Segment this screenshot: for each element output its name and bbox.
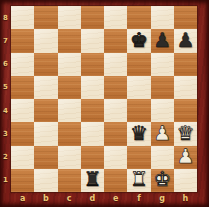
white-pawn[interactable]: ♟ xyxy=(153,123,171,143)
square-g7[interactable]: ♟ xyxy=(151,29,174,52)
square-d4[interactable] xyxy=(81,99,104,122)
square-a8[interactable] xyxy=(11,6,34,29)
chess-board-frame: 87654321 ♚♟♟♛♟♛♟♜♜♚ abcdefgh xyxy=(0,0,209,207)
square-c8[interactable] xyxy=(58,6,81,29)
black-rook[interactable]: ♜ xyxy=(83,169,101,189)
square-g3[interactable]: ♟ xyxy=(151,122,174,145)
square-a3[interactable] xyxy=(11,122,34,145)
square-d3[interactable] xyxy=(81,122,104,145)
white-queen[interactable]: ♛ xyxy=(176,123,194,143)
square-g4[interactable] xyxy=(151,99,174,122)
square-b5[interactable] xyxy=(34,76,57,99)
file-label-b: b xyxy=(34,191,57,205)
rank-labels: 87654321 xyxy=(0,6,11,192)
square-b2[interactable] xyxy=(34,146,57,169)
square-f6[interactable] xyxy=(127,53,150,76)
white-rook[interactable]: ♜ xyxy=(130,169,148,189)
white-king[interactable]: ♚ xyxy=(153,169,171,189)
square-d6[interactable] xyxy=(81,53,104,76)
square-a6[interactable] xyxy=(11,53,34,76)
square-h5[interactable] xyxy=(174,76,197,99)
black-queen[interactable]: ♛ xyxy=(130,123,148,143)
white-pawn[interactable]: ♟ xyxy=(176,146,194,166)
square-h2[interactable]: ♟ xyxy=(174,146,197,169)
rank-label-8: 8 xyxy=(0,6,11,29)
square-b8[interactable] xyxy=(34,6,57,29)
square-h8[interactable] xyxy=(174,6,197,29)
square-c3[interactable] xyxy=(58,122,81,145)
file-label-f: f xyxy=(127,191,150,205)
square-f7[interactable]: ♚ xyxy=(127,29,150,52)
square-c5[interactable] xyxy=(58,76,81,99)
square-h7[interactable]: ♟ xyxy=(174,29,197,52)
square-g5[interactable] xyxy=(151,76,174,99)
square-e4[interactable] xyxy=(104,99,127,122)
rank-label-4: 4 xyxy=(0,99,11,122)
square-h4[interactable] xyxy=(174,99,197,122)
square-g1[interactable]: ♚ xyxy=(151,169,174,192)
square-f5[interactable] xyxy=(127,76,150,99)
square-a7[interactable] xyxy=(11,29,34,52)
square-e8[interactable] xyxy=(104,6,127,29)
chess-board[interactable]: ♚♟♟♛♟♛♟♜♜♚ xyxy=(11,6,197,192)
square-h6[interactable] xyxy=(174,53,197,76)
square-h3[interactable]: ♛ xyxy=(174,122,197,145)
file-label-g: g xyxy=(151,191,174,205)
square-f1[interactable]: ♜ xyxy=(127,169,150,192)
file-label-c: c xyxy=(58,191,81,205)
black-pawn[interactable]: ♟ xyxy=(176,30,194,50)
square-a2[interactable] xyxy=(11,146,34,169)
square-h1[interactable] xyxy=(174,169,197,192)
square-e1[interactable] xyxy=(104,169,127,192)
square-a5[interactable] xyxy=(11,76,34,99)
square-d5[interactable] xyxy=(81,76,104,99)
square-e5[interactable] xyxy=(104,76,127,99)
rank-label-1: 1 xyxy=(0,169,11,192)
file-label-d: d xyxy=(81,191,104,205)
rank-label-2: 2 xyxy=(0,146,11,169)
square-f4[interactable] xyxy=(127,99,150,122)
square-f2[interactable] xyxy=(127,146,150,169)
rank-label-7: 7 xyxy=(0,29,11,52)
square-a4[interactable] xyxy=(11,99,34,122)
square-c4[interactable] xyxy=(58,99,81,122)
square-e3[interactable] xyxy=(104,122,127,145)
square-d7[interactable] xyxy=(81,29,104,52)
square-e2[interactable] xyxy=(104,146,127,169)
square-b7[interactable] xyxy=(34,29,57,52)
file-label-h: h xyxy=(174,191,197,205)
square-d8[interactable] xyxy=(81,6,104,29)
square-f8[interactable] xyxy=(127,6,150,29)
square-d1[interactable]: ♜ xyxy=(81,169,104,192)
square-b1[interactable] xyxy=(34,169,57,192)
square-b3[interactable] xyxy=(34,122,57,145)
rank-label-3: 3 xyxy=(0,122,11,145)
square-c2[interactable] xyxy=(58,146,81,169)
square-c6[interactable] xyxy=(58,53,81,76)
rank-label-6: 6 xyxy=(0,53,11,76)
square-d2[interactable] xyxy=(81,146,104,169)
black-king[interactable]: ♚ xyxy=(130,30,148,50)
rank-label-5: 5 xyxy=(0,76,11,99)
square-c7[interactable] xyxy=(58,29,81,52)
square-g6[interactable] xyxy=(151,53,174,76)
file-label-e: e xyxy=(104,191,127,205)
black-pawn[interactable]: ♟ xyxy=(153,30,171,50)
square-f3[interactable]: ♛ xyxy=(127,122,150,145)
file-labels: abcdefgh xyxy=(11,191,197,205)
square-c1[interactable] xyxy=(58,169,81,192)
square-g8[interactable] xyxy=(151,6,174,29)
square-b4[interactable] xyxy=(34,99,57,122)
square-e7[interactable] xyxy=(104,29,127,52)
square-a1[interactable] xyxy=(11,169,34,192)
square-e6[interactable] xyxy=(104,53,127,76)
square-b6[interactable] xyxy=(34,53,57,76)
square-g2[interactable] xyxy=(151,146,174,169)
file-label-a: a xyxy=(11,191,34,205)
